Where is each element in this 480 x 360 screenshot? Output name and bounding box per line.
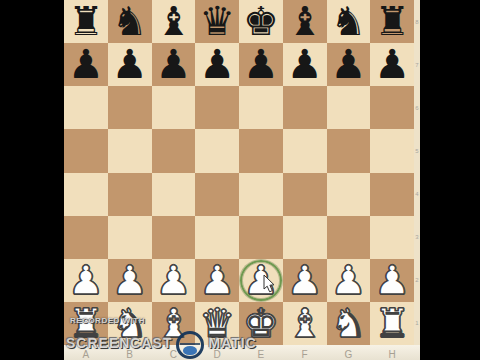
- square-f2[interactable]: ♟: [283, 259, 327, 302]
- square-b6[interactable]: [108, 86, 152, 129]
- piece-black-pawn: ♟: [155, 43, 191, 86]
- piece-white-pawn: ♟: [330, 259, 366, 302]
- square-e7[interactable]: ♟: [239, 43, 283, 86]
- square-g5[interactable]: [327, 129, 371, 172]
- square-g8[interactable]: ♞: [327, 0, 371, 43]
- square-d5[interactable]: [195, 129, 239, 172]
- square-h3[interactable]: [370, 216, 414, 259]
- square-a8[interactable]: ♜: [64, 0, 108, 43]
- square-b8[interactable]: ♞: [108, 0, 152, 43]
- square-d3[interactable]: [195, 216, 239, 259]
- video-frame: ♜♞♝♛♚♝♞♜♟♟♟♟♟♟♟♟♟♟♟♟♟♟♟♟♜♞♝♛♚♝♞♜ 8765432…: [0, 0, 480, 360]
- square-g2[interactable]: ♟: [327, 259, 371, 302]
- square-c3[interactable]: [152, 216, 196, 259]
- piece-black-knight: ♞: [330, 0, 366, 43]
- square-f3[interactable]: [283, 216, 327, 259]
- square-b7[interactable]: ♟: [108, 43, 152, 86]
- square-h6[interactable]: [370, 86, 414, 129]
- square-a2[interactable]: ♟: [64, 259, 108, 302]
- square-g6[interactable]: [327, 86, 371, 129]
- file-label-h: H: [370, 345, 414, 360]
- mouse-cursor-arrow-icon: [263, 274, 276, 293]
- square-d6[interactable]: [195, 86, 239, 129]
- square-g1[interactable]: ♞: [327, 302, 371, 345]
- square-c2[interactable]: ♟: [152, 259, 196, 302]
- watermark-brand-left: SCREENCAST: [66, 335, 172, 351]
- square-d4[interactable]: [195, 173, 239, 216]
- screencast-watermark: RECORDED WITH SCREENCAST MATIC: [66, 316, 257, 359]
- square-a3[interactable]: [64, 216, 108, 259]
- piece-black-king: ♚: [243, 0, 279, 43]
- piece-white-bishop: ♝: [287, 302, 323, 345]
- chess-board: ♜♞♝♛♚♝♞♜♟♟♟♟♟♟♟♟♟♟♟♟♟♟♟♟♜♞♝♛♚♝♞♜: [64, 0, 414, 345]
- piece-black-pawn: ♟: [68, 43, 104, 86]
- square-h2[interactable]: ♟: [370, 259, 414, 302]
- square-d8[interactable]: ♛: [195, 0, 239, 43]
- square-f6[interactable]: [283, 86, 327, 129]
- piece-black-knight: ♞: [112, 0, 148, 43]
- piece-white-pawn: ♟: [155, 259, 191, 302]
- rank-label-7: 7: [414, 43, 420, 86]
- piece-white-pawn: ♟: [287, 259, 323, 302]
- square-d2[interactable]: ♟: [195, 259, 239, 302]
- square-h7[interactable]: ♟: [370, 43, 414, 86]
- square-e3[interactable]: [239, 216, 283, 259]
- square-f4[interactable]: [283, 173, 327, 216]
- file-label-f: F: [283, 345, 327, 360]
- piece-black-pawn: ♟: [287, 43, 323, 86]
- square-f5[interactable]: [283, 129, 327, 172]
- square-d7[interactable]: ♟: [195, 43, 239, 86]
- square-a7[interactable]: ♟: [64, 43, 108, 86]
- square-f8[interactable]: ♝: [283, 0, 327, 43]
- square-e4[interactable]: [239, 173, 283, 216]
- rank-label-2: 2: [414, 259, 420, 302]
- piece-white-rook: ♜: [374, 302, 410, 345]
- square-e8[interactable]: ♚: [239, 0, 283, 43]
- piece-white-pawn: ♟: [112, 259, 148, 302]
- square-h4[interactable]: [370, 173, 414, 216]
- square-h1[interactable]: ♜: [370, 302, 414, 345]
- square-g4[interactable]: [327, 173, 371, 216]
- rank-coordinates: 87654321: [414, 0, 420, 345]
- square-g7[interactable]: ♟: [327, 43, 371, 86]
- square-c6[interactable]: [152, 86, 196, 129]
- watermark-brand: SCREENCAST MATIC: [66, 327, 257, 359]
- square-b4[interactable]: [108, 173, 152, 216]
- square-f1[interactable]: ♝: [283, 302, 327, 345]
- piece-white-knight: ♞: [330, 302, 366, 345]
- piece-black-pawn: ♟: [330, 43, 366, 86]
- rank-label-6: 6: [414, 86, 420, 129]
- rank-label-5: 5: [414, 129, 420, 172]
- square-h5[interactable]: [370, 129, 414, 172]
- rank-label-3: 3: [414, 216, 420, 259]
- piece-black-bishop: ♝: [155, 0, 191, 43]
- square-c7[interactable]: ♟: [152, 43, 196, 86]
- square-f7[interactable]: ♟: [283, 43, 327, 86]
- square-a4[interactable]: [64, 173, 108, 216]
- square-e6[interactable]: [239, 86, 283, 129]
- watermark-brand-right: MATIC: [208, 335, 256, 351]
- watermark-recorded-with: RECORDED WITH: [70, 316, 257, 325]
- square-b3[interactable]: [108, 216, 152, 259]
- rank-label-4: 4: [414, 173, 420, 216]
- square-c8[interactable]: ♝: [152, 0, 196, 43]
- piece-black-pawn: ♟: [243, 43, 279, 86]
- screencast-o-matic-logo-icon: [176, 331, 204, 359]
- square-b5[interactable]: [108, 129, 152, 172]
- square-h8[interactable]: ♜: [370, 0, 414, 43]
- rank-label-8: 8: [414, 0, 420, 43]
- file-label-g: G: [327, 345, 371, 360]
- rank-label-1: 1: [414, 302, 420, 345]
- square-a5[interactable]: [64, 129, 108, 172]
- square-e2[interactable]: ♟: [239, 259, 283, 302]
- square-g3[interactable]: [327, 216, 371, 259]
- square-c4[interactable]: [152, 173, 196, 216]
- square-c5[interactable]: [152, 129, 196, 172]
- piece-white-pawn: ♟: [68, 259, 104, 302]
- piece-black-pawn: ♟: [112, 43, 148, 86]
- piece-white-pawn: ♟: [374, 259, 410, 302]
- square-b2[interactable]: ♟: [108, 259, 152, 302]
- piece-black-rook: ♜: [374, 0, 410, 43]
- piece-black-pawn: ♟: [199, 43, 235, 86]
- piece-white-pawn: ♟: [199, 259, 235, 302]
- square-e5[interactable]: [239, 129, 283, 172]
- square-a6[interactable]: [64, 86, 108, 129]
- piece-black-bishop: ♝: [287, 0, 323, 43]
- piece-black-pawn: ♟: [374, 43, 410, 86]
- piece-black-rook: ♜: [68, 0, 104, 43]
- chess-board-area: ♜♞♝♛♚♝♞♜♟♟♟♟♟♟♟♟♟♟♟♟♟♟♟♟♜♞♝♛♚♝♞♜ 8765432…: [64, 0, 420, 360]
- piece-black-queen: ♛: [199, 0, 235, 43]
